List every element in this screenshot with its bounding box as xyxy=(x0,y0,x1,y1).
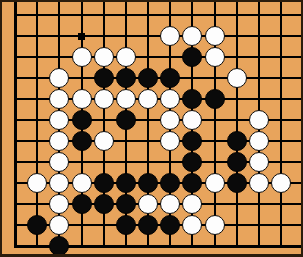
white-stone xyxy=(182,110,202,130)
white-stone xyxy=(72,89,92,109)
white-stone xyxy=(138,194,158,214)
white-stone xyxy=(27,173,47,193)
black-stone xyxy=(182,152,202,172)
grid-line-v xyxy=(36,2,38,247)
white-stone xyxy=(249,110,269,130)
black-stone xyxy=(94,194,114,214)
white-stone xyxy=(249,173,269,193)
go-board xyxy=(0,0,303,257)
black-stone xyxy=(160,215,180,235)
grid-line-h xyxy=(14,35,302,37)
grid-line-v xyxy=(236,2,238,247)
white-stone xyxy=(160,26,180,46)
black-stone xyxy=(116,173,136,193)
white-stone xyxy=(249,152,269,172)
black-stone xyxy=(182,131,202,151)
white-stone xyxy=(160,194,180,214)
white-stone xyxy=(160,89,180,109)
white-stone xyxy=(205,26,225,46)
white-stone xyxy=(49,110,69,130)
hoshi-marker xyxy=(78,33,85,40)
white-stone xyxy=(94,89,114,109)
black-stone xyxy=(138,68,158,88)
black-stone xyxy=(182,89,202,109)
black-stone xyxy=(116,110,136,130)
white-stone xyxy=(94,47,114,67)
black-stone xyxy=(49,236,69,256)
black-stone xyxy=(227,152,247,172)
white-stone xyxy=(72,47,92,67)
black-stone xyxy=(160,68,180,88)
white-stone xyxy=(116,47,136,67)
white-stone xyxy=(49,152,69,172)
grid-line-v xyxy=(280,2,282,247)
white-stone xyxy=(182,26,202,46)
white-stone xyxy=(249,131,269,151)
black-stone xyxy=(227,173,247,193)
black-stone xyxy=(72,131,92,151)
white-stone xyxy=(49,173,69,193)
black-stone xyxy=(72,110,92,130)
grid-line-h xyxy=(14,14,302,16)
white-stone xyxy=(160,110,180,130)
black-stone xyxy=(72,194,92,214)
white-stone xyxy=(160,131,180,151)
black-stone xyxy=(94,68,114,88)
white-stone xyxy=(49,131,69,151)
white-stone xyxy=(49,89,69,109)
white-stone xyxy=(182,194,202,214)
black-stone xyxy=(116,194,136,214)
white-stone xyxy=(138,89,158,109)
black-stone xyxy=(116,215,136,235)
black-stone xyxy=(182,47,202,67)
black-stone xyxy=(138,215,158,235)
grid-line-v xyxy=(14,2,17,247)
black-stone xyxy=(138,173,158,193)
white-stone xyxy=(271,173,291,193)
grid-line-h xyxy=(14,56,302,58)
black-stone xyxy=(182,173,202,193)
black-stone xyxy=(227,131,247,151)
white-stone xyxy=(94,131,114,151)
go-diagram xyxy=(0,0,303,257)
black-stone xyxy=(160,173,180,193)
white-stone xyxy=(182,215,202,235)
white-stone xyxy=(205,173,225,193)
black-stone xyxy=(116,68,136,88)
black-stone xyxy=(27,215,47,235)
black-stone xyxy=(94,173,114,193)
black-stone xyxy=(205,89,225,109)
white-stone xyxy=(227,68,247,88)
white-stone xyxy=(205,47,225,67)
white-stone xyxy=(49,194,69,214)
white-stone xyxy=(205,215,225,235)
white-stone xyxy=(116,89,136,109)
white-stone xyxy=(49,68,69,88)
white-stone xyxy=(72,173,92,193)
white-stone xyxy=(49,215,69,235)
